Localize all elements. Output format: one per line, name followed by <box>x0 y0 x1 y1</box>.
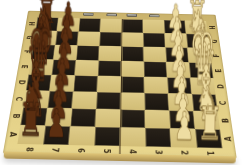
file-label-left-e: E <box>12 63 36 71</box>
square-h4 <box>122 19 144 33</box>
perspective-scene: ♜♟♟♜♞♟♟♞♝♟♟♝♚♟♟♚♛♟♟♛♝♟♟♝♞♟♟♞♜♟♟♜ 8765432… <box>0 0 242 165</box>
square-e6 <box>75 60 99 76</box>
square-g4 <box>121 32 143 46</box>
square-d5 <box>97 76 121 93</box>
file-label-right-d: D <box>208 82 233 91</box>
white-pawn-a2: ♟ <box>174 106 195 146</box>
square-c5 <box>96 92 121 109</box>
square-c6 <box>72 92 97 109</box>
file-label-left-b: B <box>2 111 28 120</box>
file-label-left-a: A <box>0 129 26 139</box>
file-label-left-d: D <box>9 78 34 87</box>
square-g3 <box>143 33 165 47</box>
board-tilt: ♜♟♟♜♞♟♟♞♝♟♟♝♚♟♟♚♛♟♟♛♝♟♟♝♞♟♟♞♜♟♟♜ 8765432… <box>0 0 242 165</box>
file-label-left-h: H <box>20 20 42 27</box>
chess-board: ♜♟♟♜♞♟♟♞♝♟♟♝♚♟♟♚♛♟♟♛♝♟♟♝♞♟♟♞♜♟♟♜ 8765432… <box>3 11 237 159</box>
file-label-left-g: G <box>17 34 40 41</box>
file-label-right-b: B <box>212 116 238 125</box>
file-label-right-f: F <box>204 52 227 60</box>
board-frame: ♜♟♟♜♞♟♟♞♝♟♟♝♚♟♟♚♛♟♟♛♝♟♟♝♞♟♟♞♜♟♟♜ 8765432… <box>3 11 237 159</box>
square-f6 <box>76 46 99 61</box>
file-label-left-f: F <box>15 48 39 56</box>
square-h6 <box>78 18 100 32</box>
square-c3 <box>144 93 169 110</box>
hinge-icon <box>106 13 117 16</box>
file-label-right-e: E <box>206 67 230 75</box>
file-label-right-g: G <box>203 38 226 45</box>
file-label-right-h: H <box>201 24 223 31</box>
square-b6 <box>70 108 96 126</box>
square-f5 <box>99 46 122 61</box>
hinge-icon <box>127 14 137 17</box>
square-h3 <box>143 20 165 34</box>
square-b4 <box>120 109 145 127</box>
square-g5 <box>99 32 121 46</box>
square-d3 <box>144 77 168 94</box>
square-f3 <box>143 47 166 62</box>
board-grid: ♜♟♟♜♞♟♟♞♝♟♟♝♚♟♟♚♛♟♟♛♝♟♟♝♞♟♟♞♜♟♟♜ <box>17 17 222 148</box>
square-g6 <box>77 32 100 46</box>
black-pawn-a7: ♟ <box>46 104 67 144</box>
file-label-right-a: A <box>214 134 241 144</box>
square-e5 <box>98 61 121 77</box>
square-d4 <box>121 76 145 93</box>
file-label-left-c: C <box>6 94 31 103</box>
square-f4 <box>121 46 144 61</box>
chess-set-photo: ♜♟♟♜♞♟♟♞♝♟♟♝♚♟♟♚♛♟♟♛♝♟♟♝♞♟♟♞♜♟♟♜ 8765432… <box>0 0 242 165</box>
hinge-icon <box>149 14 160 17</box>
square-e4 <box>121 61 144 77</box>
square-b5 <box>95 109 120 127</box>
square-e3 <box>144 62 167 78</box>
hinge-icon <box>83 13 94 16</box>
square-c4 <box>120 93 144 110</box>
square-h5 <box>100 19 122 33</box>
square-d6 <box>73 75 98 92</box>
file-label-right-c: C <box>210 99 235 108</box>
square-b3 <box>145 110 170 128</box>
